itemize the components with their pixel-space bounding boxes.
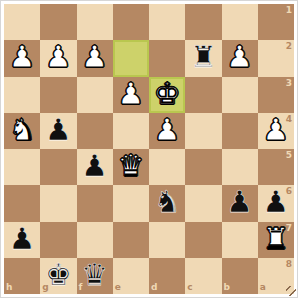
- square-a2[interactable]: 2: [258, 40, 294, 76]
- white-pawn-piece[interactable]: ♟: [45, 42, 72, 72]
- black-rook-piece[interactable]: ♜: [190, 42, 217, 72]
- square-h8[interactable]: h: [4, 258, 40, 294]
- square-g5[interactable]: [40, 149, 76, 185]
- square-d1[interactable]: [149, 4, 185, 40]
- square-b2[interactable]: ♟: [222, 40, 258, 76]
- resize-handle-icon[interactable]: [286, 286, 296, 296]
- square-c3[interactable]: [185, 77, 221, 113]
- square-c5[interactable]: [185, 149, 221, 185]
- black-knight-piece[interactable]: ♞: [154, 187, 181, 217]
- black-queen-piece[interactable]: ♛: [81, 260, 108, 290]
- square-g8[interactable]: ♚g: [40, 258, 76, 294]
- square-d8[interactable]: d: [149, 258, 185, 294]
- square-b4[interactable]: [222, 113, 258, 149]
- square-f4[interactable]: [77, 113, 113, 149]
- square-b5[interactable]: [222, 149, 258, 185]
- square-d3[interactable]: ♚: [149, 77, 185, 113]
- square-c7[interactable]: [185, 222, 221, 258]
- square-h5[interactable]: [4, 149, 40, 185]
- square-f5[interactable]: ♟: [77, 149, 113, 185]
- file-label-c: c: [187, 283, 192, 292]
- square-c8[interactable]: c: [185, 258, 221, 294]
- black-pawn-piece[interactable]: ♟: [45, 115, 72, 145]
- rank-label-5: 5: [286, 151, 292, 160]
- square-d5[interactable]: [149, 149, 185, 185]
- square-f2[interactable]: ♟: [77, 40, 113, 76]
- square-h6[interactable]: [4, 185, 40, 221]
- file-label-b: b: [224, 283, 230, 292]
- square-f8[interactable]: ♛f: [77, 258, 113, 294]
- square-a4[interactable]: ♟4: [258, 113, 294, 149]
- file-label-h: h: [6, 283, 12, 292]
- square-h2[interactable]: ♟: [4, 40, 40, 76]
- board-frame: 1♟♟♟♜♟2♟♚3♞♟♟♟4♟♛5♞♟♟6♟♜7h♚g♛fedcb8a: [0, 0, 298, 298]
- rank-label-2: 2: [286, 42, 292, 51]
- square-e7[interactable]: [113, 222, 149, 258]
- square-a1[interactable]: 1: [258, 4, 294, 40]
- square-d7[interactable]: [149, 222, 185, 258]
- square-b1[interactable]: [222, 4, 258, 40]
- white-rook-piece[interactable]: ♜: [262, 224, 289, 254]
- square-a5[interactable]: 5: [258, 149, 294, 185]
- square-a3[interactable]: 3: [258, 77, 294, 113]
- file-label-d: d: [151, 283, 157, 292]
- square-c1[interactable]: [185, 4, 221, 40]
- square-e8[interactable]: e: [113, 258, 149, 294]
- square-c6[interactable]: [185, 185, 221, 221]
- white-pawn-piece[interactable]: ♟: [117, 79, 144, 109]
- square-e5[interactable]: ♛: [113, 149, 149, 185]
- white-queen-piece[interactable]: ♛: [117, 151, 144, 181]
- black-pawn-piece[interactable]: ♟: [226, 187, 253, 217]
- square-b8[interactable]: b: [222, 258, 258, 294]
- chess-board: 1♟♟♟♜♟2♟♚3♞♟♟♟4♟♛5♞♟♟6♟♜7h♚g♛fedcb8a: [4, 4, 294, 294]
- square-d6[interactable]: ♞: [149, 185, 185, 221]
- square-g3[interactable]: [40, 77, 76, 113]
- white-pawn-piece[interactable]: ♟: [262, 115, 289, 145]
- square-d4[interactable]: ♟: [149, 113, 185, 149]
- black-king-piece[interactable]: ♚: [45, 260, 72, 290]
- white-king-piece[interactable]: ♚: [154, 79, 181, 109]
- square-g4[interactable]: ♟: [40, 113, 76, 149]
- square-e2[interactable]: [113, 40, 149, 76]
- square-e1[interactable]: [113, 4, 149, 40]
- square-c2[interactable]: ♜: [185, 40, 221, 76]
- black-pawn-piece[interactable]: ♟: [81, 151, 108, 181]
- black-pawn-piece[interactable]: ♟: [9, 224, 36, 254]
- square-e4[interactable]: [113, 113, 149, 149]
- square-h7[interactable]: ♟: [4, 222, 40, 258]
- square-b3[interactable]: [222, 77, 258, 113]
- square-a6[interactable]: ♟6: [258, 185, 294, 221]
- white-pawn-piece[interactable]: ♟: [9, 42, 36, 72]
- square-g2[interactable]: ♟: [40, 40, 76, 76]
- square-b7[interactable]: [222, 222, 258, 258]
- file-label-e: e: [115, 283, 121, 292]
- square-g1[interactable]: [40, 4, 76, 40]
- square-h3[interactable]: [4, 77, 40, 113]
- square-c4[interactable]: [185, 113, 221, 149]
- file-label-a: a: [260, 283, 266, 292]
- square-f1[interactable]: [77, 4, 113, 40]
- square-a7[interactable]: ♜7: [258, 222, 294, 258]
- rank-label-8: 8: [286, 260, 292, 269]
- rank-label-1: 1: [286, 6, 292, 15]
- square-b6[interactable]: ♟: [222, 185, 258, 221]
- square-d2[interactable]: [149, 40, 185, 76]
- square-f6[interactable]: [77, 185, 113, 221]
- square-g6[interactable]: [40, 185, 76, 221]
- square-e3[interactable]: ♟: [113, 77, 149, 113]
- square-f3[interactable]: [77, 77, 113, 113]
- square-e6[interactable]: [113, 185, 149, 221]
- square-f7[interactable]: [77, 222, 113, 258]
- square-g7[interactable]: [40, 222, 76, 258]
- square-h4[interactable]: ♞: [4, 113, 40, 149]
- black-pawn-piece[interactable]: ♟: [262, 187, 289, 217]
- square-h1[interactable]: [4, 4, 40, 40]
- white-pawn-piece[interactable]: ♟: [226, 42, 253, 72]
- white-knight-piece[interactable]: ♞: [9, 115, 36, 145]
- white-pawn-piece[interactable]: ♟: [81, 42, 108, 72]
- rank-label-3: 3: [286, 79, 292, 88]
- white-pawn-piece[interactable]: ♟: [154, 115, 181, 145]
